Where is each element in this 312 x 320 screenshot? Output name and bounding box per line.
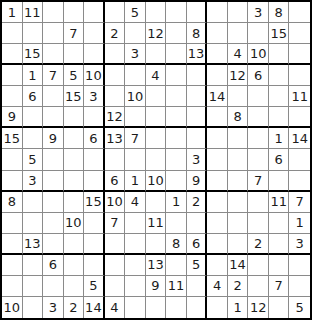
- cell-r5c15: 11: [289, 86, 310, 107]
- cell-r8c15[interactable]: [289, 149, 310, 170]
- cell-r4c8: 4: [146, 65, 167, 86]
- cell-r1c8[interactable]: [146, 2, 167, 23]
- cell-r9c4[interactable]: [64, 171, 85, 192]
- cell-r9c11[interactable]: [207, 171, 228, 192]
- cell-r6c1: 9: [2, 107, 23, 128]
- cell-r7c3: 9: [43, 128, 64, 149]
- cell-r13c7[interactable]: [125, 255, 146, 276]
- cell-r14c14: 7: [269, 276, 290, 297]
- cell-r5c10[interactable]: [187, 86, 208, 107]
- cell-r6c10[interactable]: [187, 107, 208, 128]
- cell-r2c10: 8: [187, 23, 208, 44]
- cell-r13c5[interactable]: [84, 255, 105, 276]
- cell-r12c3[interactable]: [43, 234, 64, 255]
- cell-r15c10[interactable]: [187, 297, 208, 318]
- cell-r15c1: 10: [2, 297, 23, 318]
- cell-r9c8: 10: [146, 171, 167, 192]
- cell-r9c12[interactable]: [228, 171, 249, 192]
- cell-r11c9[interactable]: [166, 213, 187, 234]
- cell-r11c5[interactable]: [84, 213, 105, 234]
- cell-r10c1: 8: [2, 192, 23, 213]
- cell-r3c2: 15: [23, 44, 44, 65]
- cell-r1c9[interactable]: [166, 2, 187, 23]
- cell-r13c1[interactable]: [2, 255, 23, 276]
- cell-r10c11[interactable]: [207, 192, 228, 213]
- cell-r11c10[interactable]: [187, 213, 208, 234]
- cell-r11c12[interactable]: [228, 213, 249, 234]
- cell-r11c3[interactable]: [43, 213, 64, 234]
- cell-r8c11[interactable]: [207, 149, 228, 170]
- cell-r10c10: 2: [187, 192, 208, 213]
- cell-r7c2[interactable]: [23, 128, 44, 149]
- cell-r1c10[interactable]: [187, 2, 208, 23]
- cell-r14c10[interactable]: [187, 276, 208, 297]
- cell-r9c2: 3: [23, 171, 44, 192]
- cell-r8c9[interactable]: [166, 149, 187, 170]
- cell-r7c13[interactable]: [248, 128, 269, 149]
- sudoku-board: 1115387212815153134101751041266153101411…: [0, 0, 312, 320]
- cell-r4c11[interactable]: [207, 65, 228, 86]
- cell-r15c12: 1: [228, 297, 249, 318]
- cell-r8c12[interactable]: [228, 149, 249, 170]
- cell-r9c9[interactable]: [166, 171, 187, 192]
- cell-r14c11: 4: [207, 276, 228, 297]
- cell-r2c6: 2: [105, 23, 126, 44]
- cell-r5c2: 6: [23, 86, 44, 107]
- cell-r8c5[interactable]: [84, 149, 105, 170]
- cell-r1c5[interactable]: [84, 2, 105, 23]
- cell-r1c12[interactable]: [228, 2, 249, 23]
- cell-r12c6[interactable]: [105, 234, 126, 255]
- cell-r7c14: 1: [269, 128, 290, 149]
- cell-r11c13[interactable]: [248, 213, 269, 234]
- cell-r5c12[interactable]: [228, 86, 249, 107]
- cell-r13c14[interactable]: [269, 255, 290, 276]
- cell-r1c4[interactable]: [64, 2, 85, 23]
- cell-r15c2[interactable]: [23, 297, 44, 318]
- cell-r3c14[interactable]: [269, 44, 290, 65]
- cell-r14c8: 9: [146, 276, 167, 297]
- cell-r13c3: 6: [43, 255, 64, 276]
- cell-r7c1: 15: [2, 128, 23, 149]
- cell-r1c14: 8: [269, 2, 290, 23]
- cell-r6c4[interactable]: [64, 107, 85, 128]
- cell-r12c11[interactable]: [207, 234, 228, 255]
- cell-r13c12: 14: [228, 255, 249, 276]
- cell-r12c7[interactable]: [125, 234, 146, 255]
- cell-r6c2[interactable]: [23, 107, 44, 128]
- cell-r3c9[interactable]: [166, 44, 187, 65]
- cell-r6c12: 8: [228, 107, 249, 128]
- cell-r14c3[interactable]: [43, 276, 64, 297]
- cell-r14c9: 11: [166, 276, 187, 297]
- cell-r5c1[interactable]: [2, 86, 23, 107]
- cell-r14c12: 2: [228, 276, 249, 297]
- cell-r15c4: 2: [64, 297, 85, 318]
- cell-r8c14: 6: [269, 149, 290, 170]
- cell-r3c8[interactable]: [146, 44, 167, 65]
- cell-r8c6[interactable]: [105, 149, 126, 170]
- cell-r10c7: 4: [125, 192, 146, 213]
- cell-r13c2[interactable]: [23, 255, 44, 276]
- cell-r5c3[interactable]: [43, 86, 64, 107]
- cell-r13c8: 13: [146, 255, 167, 276]
- cell-r8c8[interactable]: [146, 149, 167, 170]
- cell-r7c8[interactable]: [146, 128, 167, 149]
- cell-r10c4[interactable]: [64, 192, 85, 213]
- cell-r9c1[interactable]: [2, 171, 23, 192]
- cell-r2c11[interactable]: [207, 23, 228, 44]
- cell-r2c13[interactable]: [248, 23, 269, 44]
- cell-r14c1[interactable]: [2, 276, 23, 297]
- cell-r13c4[interactable]: [64, 255, 85, 276]
- cell-r10c5: 15: [84, 192, 105, 213]
- cell-r12c1[interactable]: [2, 234, 23, 255]
- cell-r5c11: 14: [207, 86, 228, 107]
- cell-r4c10[interactable]: [187, 65, 208, 86]
- cell-r11c15: 1: [289, 213, 310, 234]
- cell-r4c7[interactable]: [125, 65, 146, 86]
- cell-r2c7[interactable]: [125, 23, 146, 44]
- cell-r3c4[interactable]: [64, 44, 85, 65]
- cell-r2c3[interactable]: [43, 23, 64, 44]
- cell-r5c7: 10: [125, 86, 146, 107]
- cell-r10c13[interactable]: [248, 192, 269, 213]
- cell-r15c15: 5: [289, 297, 310, 318]
- cell-r9c15[interactable]: [289, 171, 310, 192]
- cell-r9c14[interactable]: [269, 171, 290, 192]
- cell-r13c10: 5: [187, 255, 208, 276]
- cell-r15c14[interactable]: [269, 297, 290, 318]
- cell-r11c8: 11: [146, 213, 167, 234]
- cell-r11c4: 10: [64, 213, 85, 234]
- cell-r2c8: 12: [146, 23, 167, 44]
- cell-r15c5: 14: [84, 297, 105, 318]
- cell-r5c9[interactable]: [166, 86, 187, 107]
- cell-r4c5: 10: [84, 65, 105, 86]
- cell-r4c3: 7: [43, 65, 64, 86]
- cell-r11c2[interactable]: [23, 213, 44, 234]
- cell-r3c1[interactable]: [2, 44, 23, 65]
- cell-r10c6: 10: [105, 192, 126, 213]
- cell-r14c7[interactable]: [125, 276, 146, 297]
- cell-r10c8[interactable]: [146, 192, 167, 213]
- cell-r5c4: 15: [64, 86, 85, 107]
- cell-r15c13: 12: [248, 297, 269, 318]
- cell-r6c15[interactable]: [289, 107, 310, 128]
- cell-r5c5: 3: [84, 86, 105, 107]
- cell-r5c13[interactable]: [248, 86, 269, 107]
- cell-r2c1[interactable]: [2, 23, 23, 44]
- cell-r12c5[interactable]: [84, 234, 105, 255]
- cell-r13c11[interactable]: [207, 255, 228, 276]
- cell-r12c9: 8: [166, 234, 187, 255]
- cell-r7c10[interactable]: [187, 128, 208, 149]
- cell-r12c8[interactable]: [146, 234, 167, 255]
- cell-r9c13: 7: [248, 171, 269, 192]
- cell-r12c15: 3: [289, 234, 310, 255]
- cell-r1c11[interactable]: [207, 2, 228, 23]
- cell-r15c9[interactable]: [166, 297, 187, 318]
- cell-r14c4[interactable]: [64, 276, 85, 297]
- cell-r9c3[interactable]: [43, 171, 64, 192]
- cell-r4c6[interactable]: [105, 65, 126, 86]
- cell-r6c14[interactable]: [269, 107, 290, 128]
- cell-r6c7[interactable]: [125, 107, 146, 128]
- cell-r13c15[interactable]: [289, 255, 310, 276]
- cell-r3c11[interactable]: [207, 44, 228, 65]
- cell-r14c2[interactable]: [23, 276, 44, 297]
- cell-r4c1[interactable]: [2, 65, 23, 86]
- cell-r9c10: 9: [187, 171, 208, 192]
- cell-r10c3[interactable]: [43, 192, 64, 213]
- cell-r6c5[interactable]: [84, 107, 105, 128]
- cell-r6c11[interactable]: [207, 107, 228, 128]
- cell-r11c11[interactable]: [207, 213, 228, 234]
- cell-r11c14[interactable]: [269, 213, 290, 234]
- cell-r15c11[interactable]: [207, 297, 228, 318]
- cell-r3c6[interactable]: [105, 44, 126, 65]
- cell-r2c4: 7: [64, 23, 85, 44]
- cell-r8c2: 5: [23, 149, 44, 170]
- cell-r5c6[interactable]: [105, 86, 126, 107]
- cell-r6c6: 12: [105, 107, 126, 128]
- cell-r1c13: 3: [248, 2, 269, 23]
- cell-r7c7: 7: [125, 128, 146, 149]
- cell-r4c12: 12: [228, 65, 249, 86]
- cell-r13c13[interactable]: [248, 255, 269, 276]
- cell-r8c10: 3: [187, 149, 208, 170]
- cell-r10c9: 1: [166, 192, 187, 213]
- cell-r7c6: 13: [105, 128, 126, 149]
- cell-r3c3[interactable]: [43, 44, 64, 65]
- cell-r7c11[interactable]: [207, 128, 228, 149]
- cell-r15c7[interactable]: [125, 297, 146, 318]
- cell-r12c4[interactable]: [64, 234, 85, 255]
- cell-r5c8[interactable]: [146, 86, 167, 107]
- cell-r1c1: 1: [2, 2, 23, 23]
- cell-r3c5[interactable]: [84, 44, 105, 65]
- cell-r12c12[interactable]: [228, 234, 249, 255]
- cell-r2c15[interactable]: [289, 23, 310, 44]
- cell-r12c2: 13: [23, 234, 44, 255]
- cell-r1c6[interactable]: [105, 2, 126, 23]
- cell-r4c9[interactable]: [166, 65, 187, 86]
- cell-r2c5[interactable]: [84, 23, 105, 44]
- cell-r6c13[interactable]: [248, 107, 269, 128]
- cell-r8c13[interactable]: [248, 149, 269, 170]
- cell-r7c5: 6: [84, 128, 105, 149]
- cell-r15c6: 4: [105, 297, 126, 318]
- cell-r8c1[interactable]: [2, 149, 23, 170]
- cell-r2c14: 15: [269, 23, 290, 44]
- cell-r3c15[interactable]: [289, 44, 310, 65]
- cell-r7c9[interactable]: [166, 128, 187, 149]
- cell-r4c14[interactable]: [269, 65, 290, 86]
- cell-r10c15: 7: [289, 192, 310, 213]
- cell-r4c2: 1: [23, 65, 44, 86]
- cell-r6c8[interactable]: [146, 107, 167, 128]
- cell-r1c15[interactable]: [289, 2, 310, 23]
- cell-r8c7[interactable]: [125, 149, 146, 170]
- cell-r4c4: 5: [64, 65, 85, 86]
- cell-r9c6: 6: [105, 171, 126, 192]
- cell-r2c2[interactable]: [23, 23, 44, 44]
- cell-r8c4[interactable]: [64, 149, 85, 170]
- cell-r8c3[interactable]: [43, 149, 64, 170]
- cell-r3c13: 10: [248, 44, 269, 65]
- cell-r4c13: 6: [248, 65, 269, 86]
- cell-r10c12[interactable]: [228, 192, 249, 213]
- cell-r13c9[interactable]: [166, 255, 187, 276]
- cell-r14c6[interactable]: [105, 276, 126, 297]
- cell-r12c10: 6: [187, 234, 208, 255]
- cell-r1c3[interactable]: [43, 2, 64, 23]
- cell-r12c14[interactable]: [269, 234, 290, 255]
- cell-r12c13: 2: [248, 234, 269, 255]
- cell-r6c3[interactable]: [43, 107, 64, 128]
- cell-r4c15[interactable]: [289, 65, 310, 86]
- cell-r2c12[interactable]: [228, 23, 249, 44]
- cell-r3c12: 4: [228, 44, 249, 65]
- cell-r9c5[interactable]: [84, 171, 105, 192]
- cell-r11c7[interactable]: [125, 213, 146, 234]
- cell-r3c7: 3: [125, 44, 146, 65]
- cell-r7c15: 14: [289, 128, 310, 149]
- cell-r10c2[interactable]: [23, 192, 44, 213]
- cell-r14c15[interactable]: [289, 276, 310, 297]
- cell-r5c14[interactable]: [269, 86, 290, 107]
- cell-r14c13[interactable]: [248, 276, 269, 297]
- cell-r15c8[interactable]: [146, 297, 167, 318]
- cell-r10c14: 11: [269, 192, 290, 213]
- cell-r13c6[interactable]: [105, 255, 126, 276]
- cell-r7c4[interactable]: [64, 128, 85, 149]
- cell-r11c6: 7: [105, 213, 126, 234]
- cell-r1c7: 5: [125, 2, 146, 23]
- cell-r2c9[interactable]: [166, 23, 187, 44]
- cell-r6c9[interactable]: [166, 107, 187, 128]
- cell-r7c12[interactable]: [228, 128, 249, 149]
- cell-r15c3: 3: [43, 297, 64, 318]
- cell-r11c1[interactable]: [2, 213, 23, 234]
- cell-r14c5: 5: [84, 276, 105, 297]
- cell-r3c10: 13: [187, 44, 208, 65]
- cell-r1c2: 11: [23, 2, 44, 23]
- cell-r9c7: 1: [125, 171, 146, 192]
